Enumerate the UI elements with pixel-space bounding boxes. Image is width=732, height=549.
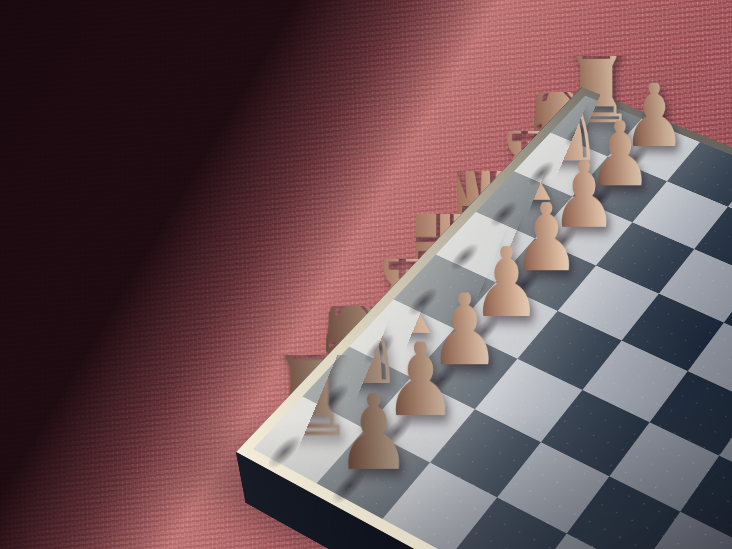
- chess-board: ♜♟♞♟♝♟♛♟♚♟♝♟♞♟♜♟: [236, 87, 732, 549]
- scene-3d: ♜♟♞♟♝♟♛♟♚♟♝♟♞♟♜♟: [0, 0, 732, 549]
- piece-glyph: ♟: [335, 393, 411, 473]
- photo-stage: ♜♟♞♟♝♟♛♟♚♟♝♟♞♟♜♟: [0, 0, 732, 549]
- piece-white-pawn-h2: ♟: [341, 388, 406, 473]
